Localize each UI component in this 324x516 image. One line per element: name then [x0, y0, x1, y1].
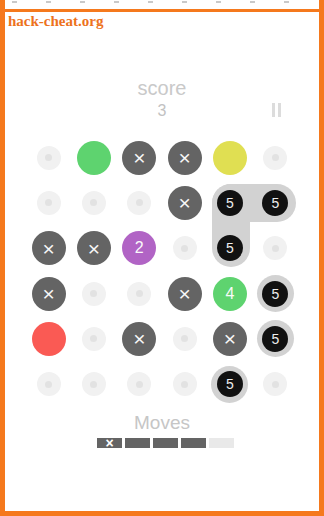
blocker-x-dot[interactable]: × [32, 277, 66, 311]
cell-r5c6: 5 [253, 316, 298, 361]
cell-r6c5: 5 [207, 362, 252, 407]
number-dot-5[interactable]: 5 [217, 235, 243, 261]
moves-segment-4-filled [181, 438, 206, 448]
empty-slot [263, 146, 287, 170]
cell-r5c2 [71, 316, 116, 361]
dot-green[interactable] [77, 141, 111, 175]
blocker-x-dot[interactable]: × [213, 322, 247, 356]
cell-r4c3 [117, 271, 162, 316]
score-label: score [0, 78, 324, 98]
cell-r1c3: × [117, 135, 162, 180]
cell-r2c2 [71, 180, 116, 225]
empty-slot [82, 327, 106, 351]
blocker-x-dot[interactable]: × [168, 186, 202, 220]
blocker-x-dot[interactable]: × [122, 322, 156, 356]
game-board: ×××55××25××45××55 [26, 135, 298, 407]
cell-r2c5: 5 [207, 180, 252, 225]
frame-border-bottom [0, 511, 324, 516]
empty-slot [173, 236, 197, 260]
empty-slot-core [45, 154, 52, 161]
cell-r2c1 [26, 180, 71, 225]
pause-bar-left [272, 103, 275, 117]
top-dashed-line [12, 1, 312, 3]
cell-r1c2 [71, 135, 116, 180]
empty-slot-core [90, 199, 97, 206]
blocker-x-dot[interactable]: × [168, 141, 202, 175]
cell-r1c5 [207, 135, 252, 180]
empty-slot-core [136, 290, 143, 297]
empty-slot-core [90, 381, 97, 388]
dot-red[interactable] [32, 322, 66, 356]
cell-r6c3 [117, 362, 162, 407]
cell-r2c3 [117, 180, 162, 225]
moves-progress-bar: × [97, 438, 234, 448]
cell-r3c4 [162, 226, 207, 271]
empty-slot-core [181, 381, 188, 388]
empty-slot [82, 191, 106, 215]
empty-slot-core [45, 199, 52, 206]
pause-icon[interactable] [272, 103, 281, 117]
cell-r3c2: × [71, 226, 116, 271]
empty-slot [263, 372, 287, 396]
cell-r3c5: 5 [207, 226, 252, 271]
pause-bar-right [278, 103, 281, 117]
empty-slot-core [272, 381, 279, 388]
empty-slot-core [272, 245, 279, 252]
empty-slot [37, 191, 61, 215]
cell-r6c2 [71, 362, 116, 407]
number-dot-5[interactable]: 5 [262, 190, 288, 216]
moves-segment-3-filled [153, 438, 178, 448]
empty-slot [127, 191, 151, 215]
blocker-x-dot[interactable]: × [32, 231, 66, 265]
watermark-text: hack-cheat.org [8, 13, 103, 30]
cell-r4c2 [71, 271, 116, 316]
cell-r5c4 [162, 316, 207, 361]
empty-slot [127, 282, 151, 306]
cell-r4c6: 5 [253, 271, 298, 316]
moves-segment-5-empty [209, 438, 234, 448]
cell-r2c6: 5 [253, 180, 298, 225]
empty-slot-core [90, 290, 97, 297]
moves-segment-1-filled: × [97, 438, 122, 448]
empty-slot [37, 372, 61, 396]
number-dot-halo: 5 [257, 320, 294, 357]
number-dot-halo: 5 [257, 275, 294, 312]
empty-slot [263, 236, 287, 260]
empty-slot-core [181, 245, 188, 252]
cell-r5c5: × [207, 316, 252, 361]
empty-slot [82, 282, 106, 306]
game-screen: hack-cheat.org score 3 ×××55××25××45××55… [0, 0, 324, 516]
number-dot-5[interactable]: 5 [262, 326, 288, 352]
moves-label: Moves [0, 413, 324, 432]
cell-r1c4: × [162, 135, 207, 180]
moves-segment-2-filled [125, 438, 150, 448]
blocker-x-dot[interactable]: × [122, 141, 156, 175]
dot-yellow[interactable] [213, 141, 247, 175]
cell-r3c1: × [26, 226, 71, 271]
empty-slot-core [45, 381, 52, 388]
empty-slot [82, 372, 106, 396]
empty-slot-core [181, 335, 188, 342]
blocker-x-dot[interactable]: × [168, 277, 202, 311]
empty-slot [173, 372, 197, 396]
empty-slot-core [136, 381, 143, 388]
cell-r4c4: × [162, 271, 207, 316]
board-grid: ×××55××25××45××55 [26, 135, 298, 407]
number-dot-5[interactable]: 5 [262, 281, 288, 307]
cell-r3c6 [253, 226, 298, 271]
empty-slot-core [272, 154, 279, 161]
cell-r6c1 [26, 362, 71, 407]
number-dot-2-purple[interactable]: 2 [122, 231, 156, 265]
cell-r4c5: 4 [207, 271, 252, 316]
number-dot-4-green[interactable]: 4 [213, 277, 247, 311]
frame-border-top [0, 9, 324, 12]
moves-x-icon: × [105, 438, 113, 448]
number-dot-halo: 5 [211, 366, 248, 403]
cell-r6c6 [253, 362, 298, 407]
empty-slot [127, 372, 151, 396]
cell-r2c4: × [162, 180, 207, 225]
number-dot-5[interactable]: 5 [217, 190, 243, 216]
cell-r5c1 [26, 316, 71, 361]
empty-slot-core [136, 199, 143, 206]
empty-slot [37, 146, 61, 170]
cell-r5c3: × [117, 316, 162, 361]
cell-r3c3: 2 [117, 226, 162, 271]
cell-r1c6 [253, 135, 298, 180]
cell-r4c1: × [26, 271, 71, 316]
cell-r1c1 [26, 135, 71, 180]
cell-r6c4 [162, 362, 207, 407]
empty-slot-core [90, 335, 97, 342]
blocker-x-dot[interactable]: × [77, 231, 111, 265]
empty-slot [173, 327, 197, 351]
number-dot-5[interactable]: 5 [217, 371, 243, 397]
